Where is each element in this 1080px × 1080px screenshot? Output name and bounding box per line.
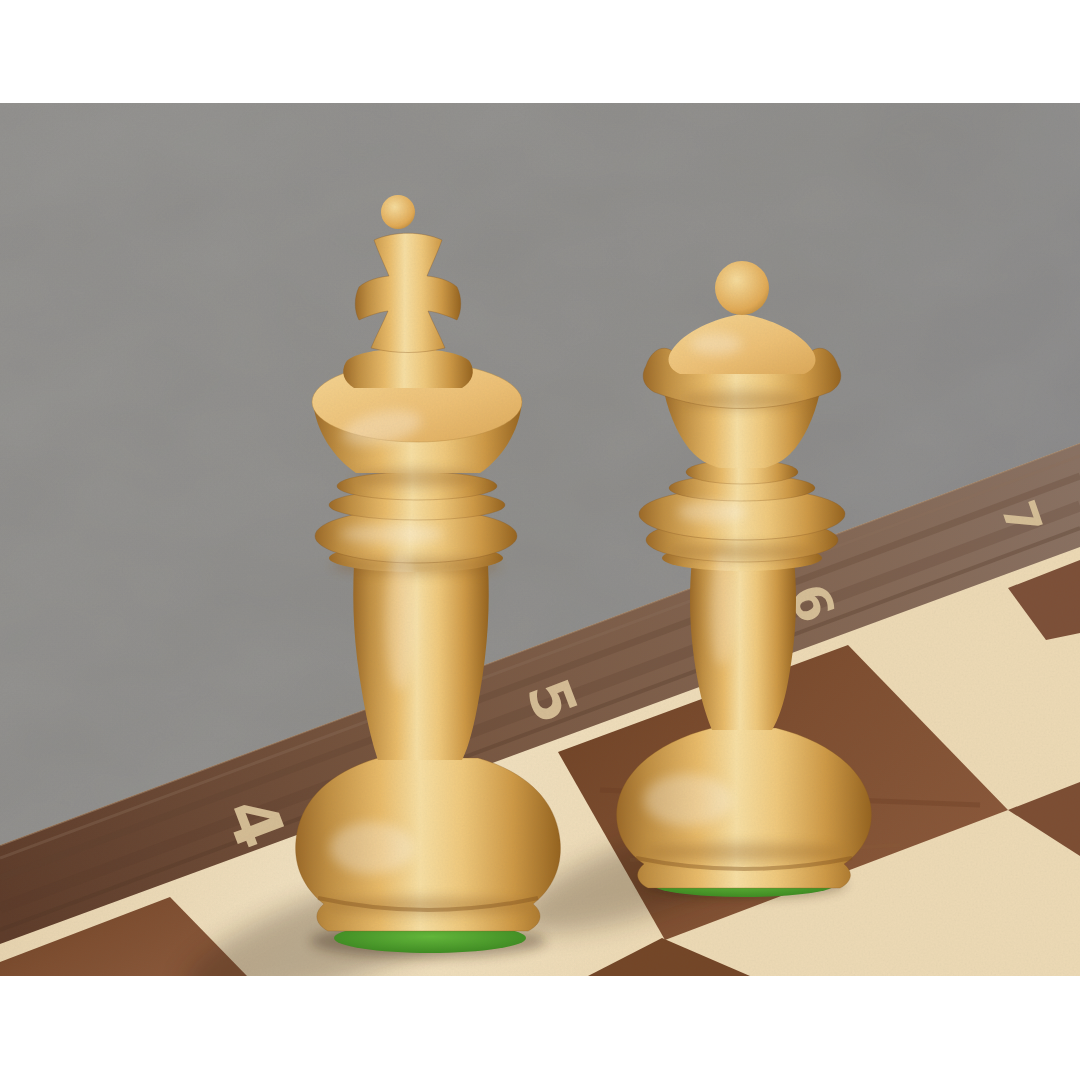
- product-photo-canvas: 4 5 6 7: [0, 0, 1080, 1080]
- photo-grain-overlay: [0, 103, 1080, 976]
- photo-area: 4 5 6 7: [0, 103, 1080, 1030]
- chess-photo-scene: 4 5 6 7: [0, 0, 1080, 1080]
